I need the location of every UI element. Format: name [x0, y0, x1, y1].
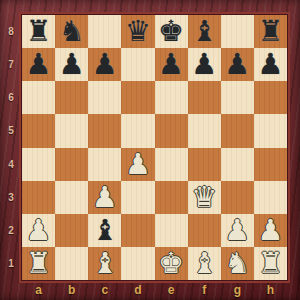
piece-black-pawn-f7[interactable]: ♟: [191, 50, 217, 79]
file-label-b: b: [55, 280, 88, 300]
square-d7[interactable]: [121, 48, 154, 81]
square-e1[interactable]: ♚: [155, 247, 188, 280]
square-b2[interactable]: [55, 214, 88, 247]
piece-black-king-e8[interactable]: ♚: [158, 17, 184, 46]
square-a5[interactable]: [22, 114, 55, 147]
square-f5[interactable]: [188, 114, 221, 147]
piece-white-rook-a1[interactable]: ♜: [26, 249, 52, 278]
piece-black-pawn-c7[interactable]: ♟: [92, 50, 118, 79]
square-h2[interactable]: ♟: [254, 214, 287, 247]
file-labels: abcdefgh: [22, 280, 287, 300]
square-h8[interactable]: ♜: [254, 15, 287, 48]
file-label-g: g: [221, 280, 254, 300]
piece-white-queen-f3[interactable]: ♛: [191, 183, 217, 212]
square-b5[interactable]: [55, 114, 88, 147]
square-c3[interactable]: ♟: [88, 181, 121, 214]
square-g3[interactable]: [221, 181, 254, 214]
square-c4[interactable]: [88, 148, 121, 181]
square-d8[interactable]: ♛: [121, 15, 154, 48]
piece-black-pawn-g7[interactable]: ♟: [224, 50, 250, 79]
square-d5[interactable]: [121, 114, 154, 147]
piece-white-pawn-g2[interactable]: ♟: [224, 216, 250, 245]
square-b7[interactable]: ♟: [55, 48, 88, 81]
piece-white-king-e1[interactable]: ♚: [158, 249, 184, 278]
rank-label-2: 2: [0, 214, 22, 247]
square-b3[interactable]: [55, 181, 88, 214]
rank-label-3: 3: [0, 181, 22, 214]
piece-white-bishop-f1[interactable]: ♝: [191, 249, 217, 278]
piece-white-bishop-c1[interactable]: ♝: [92, 249, 118, 278]
square-g7[interactable]: ♟: [221, 48, 254, 81]
square-g8[interactable]: [221, 15, 254, 48]
square-a2[interactable]: ♟: [22, 214, 55, 247]
piece-black-pawn-b7[interactable]: ♟: [59, 50, 85, 79]
square-f1[interactable]: ♝: [188, 247, 221, 280]
file-label-c: c: [88, 280, 121, 300]
square-e8[interactable]: ♚: [155, 15, 188, 48]
piece-white-pawn-c3[interactable]: ♟: [92, 183, 118, 212]
chess-board[interactable]: ♜♞♛♚♝♜♟♟♟♟♟♟♟♟♟♛♟♝♟♟♜♝♚♝♞♜: [22, 15, 287, 280]
square-d1[interactable]: [121, 247, 154, 280]
piece-black-pawn-e7[interactable]: ♟: [158, 50, 184, 79]
square-d2[interactable]: [121, 214, 154, 247]
square-c5[interactable]: [88, 114, 121, 147]
square-e2[interactable]: [155, 214, 188, 247]
square-c2[interactable]: ♝: [88, 214, 121, 247]
square-a1[interactable]: ♜: [22, 247, 55, 280]
file-label-d: d: [121, 280, 154, 300]
file-label-e: e: [155, 280, 188, 300]
square-c8[interactable]: [88, 15, 121, 48]
square-a7[interactable]: ♟: [22, 48, 55, 81]
square-h4[interactable]: [254, 148, 287, 181]
piece-black-pawn-a7[interactable]: ♟: [26, 50, 52, 79]
square-g2[interactable]: ♟: [221, 214, 254, 247]
file-label-f: f: [188, 280, 221, 300]
rank-label-4: 4: [0, 148, 22, 181]
piece-black-knight-b8[interactable]: ♞: [59, 17, 85, 46]
piece-white-rook-h1[interactable]: ♜: [257, 249, 283, 278]
square-d4[interactable]: ♟: [121, 148, 154, 181]
square-f2[interactable]: [188, 214, 221, 247]
rank-label-1: 1: [0, 247, 22, 280]
square-h7[interactable]: ♟: [254, 48, 287, 81]
piece-black-pawn-h7[interactable]: ♟: [257, 50, 283, 79]
square-a8[interactable]: ♜: [22, 15, 55, 48]
piece-white-pawn-h2[interactable]: ♟: [257, 216, 283, 245]
square-b1[interactable]: [55, 247, 88, 280]
square-d6[interactable]: [121, 81, 154, 114]
square-h5[interactable]: [254, 114, 287, 147]
square-f7[interactable]: ♟: [188, 48, 221, 81]
rank-labels: 87654321: [0, 15, 22, 280]
square-e3[interactable]: [155, 181, 188, 214]
square-c1[interactable]: ♝: [88, 247, 121, 280]
square-e6[interactable]: [155, 81, 188, 114]
square-a4[interactable]: [22, 148, 55, 181]
square-b6[interactable]: [55, 81, 88, 114]
square-g5[interactable]: [221, 114, 254, 147]
file-label-h: h: [254, 280, 287, 300]
piece-black-rook-h8[interactable]: ♜: [257, 17, 283, 46]
square-f6[interactable]: [188, 81, 221, 114]
piece-white-pawn-a2[interactable]: ♟: [26, 216, 52, 245]
square-b4[interactable]: [55, 148, 88, 181]
piece-black-rook-a8[interactable]: ♜: [26, 17, 52, 46]
square-g4[interactable]: [221, 148, 254, 181]
square-f4[interactable]: [188, 148, 221, 181]
chess-board-frame: 87654321 ♜♞♛♚♝♜♟♟♟♟♟♟♟♟♟♛♟♝♟♟♜♝♚♝♞♜ abcd…: [0, 0, 300, 300]
square-f3[interactable]: ♛: [188, 181, 221, 214]
rank-label-6: 6: [0, 81, 22, 114]
square-h6[interactable]: [254, 81, 287, 114]
piece-white-knight-g1[interactable]: ♞: [224, 249, 250, 278]
square-f8[interactable]: ♝: [188, 15, 221, 48]
square-g6[interactable]: [221, 81, 254, 114]
rank-label-5: 5: [0, 114, 22, 147]
square-c7[interactable]: ♟: [88, 48, 121, 81]
square-a3[interactable]: [22, 181, 55, 214]
square-e4[interactable]: [155, 148, 188, 181]
file-label-a: a: [22, 280, 55, 300]
square-e5[interactable]: [155, 114, 188, 147]
piece-white-pawn-d4[interactable]: ♟: [125, 150, 151, 179]
piece-black-queen-d8[interactable]: ♛: [125, 17, 151, 46]
square-b8[interactable]: ♞: [55, 15, 88, 48]
square-a6[interactable]: [22, 81, 55, 114]
rank-label-8: 8: [0, 15, 22, 48]
piece-black-bishop-f8[interactable]: ♝: [191, 17, 217, 46]
square-d3[interactable]: [121, 181, 154, 214]
piece-black-bishop-c2[interactable]: ♝: [92, 216, 118, 245]
square-h3[interactable]: [254, 181, 287, 214]
square-c6[interactable]: [88, 81, 121, 114]
square-e7[interactable]: ♟: [155, 48, 188, 81]
square-h1[interactable]: ♜: [254, 247, 287, 280]
rank-label-7: 7: [0, 48, 22, 81]
square-g1[interactable]: ♞: [221, 247, 254, 280]
